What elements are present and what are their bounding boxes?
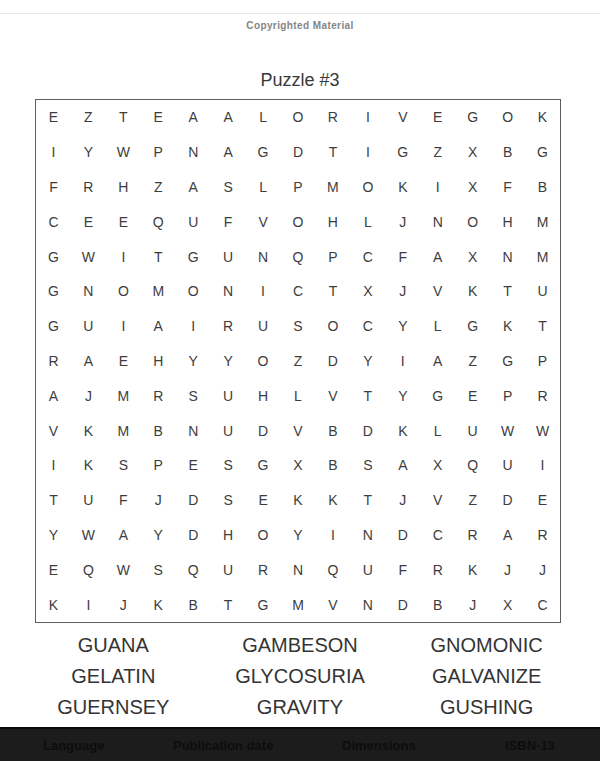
grid-cell: J (525, 552, 560, 587)
grid-cell: Q (455, 448, 490, 483)
grid-cell: B (490, 135, 525, 170)
grid-cell: J (71, 378, 106, 413)
word-item: GALVANIZE (393, 664, 580, 688)
grid-cell: M (281, 587, 316, 622)
grid-cell: B (141, 413, 176, 448)
grid-cell: P (315, 239, 350, 274)
grid-cell: V (420, 274, 455, 309)
grid-cell: Q (176, 552, 211, 587)
grid-cell: W (71, 239, 106, 274)
grid-cell: X (455, 135, 490, 170)
grid-cell: Z (455, 344, 490, 379)
grid-cell: L (420, 309, 455, 344)
grid-cell: K (36, 587, 71, 622)
grid-cell: I (350, 135, 385, 170)
grid-cell: O (246, 344, 281, 379)
grid-cell: K (490, 309, 525, 344)
grid-cell: D (176, 518, 211, 553)
word-item: GNOMONIC (393, 633, 580, 657)
grid-cell: T (211, 587, 246, 622)
grid-cell: A (71, 344, 106, 379)
grid-cell: M (106, 378, 141, 413)
grid-cell: L (246, 170, 281, 205)
grid-cell: P (281, 170, 316, 205)
grid-cell: X (420, 448, 455, 483)
word-item: GUERNSEY (20, 695, 207, 719)
grid-cell: X (455, 239, 490, 274)
grid-cell: T (350, 483, 385, 518)
word-item: GUANA (20, 633, 207, 657)
grid-cell: U (246, 309, 281, 344)
grid-cell: D (176, 483, 211, 518)
grid-cell: A (385, 448, 420, 483)
grid-cell: U (525, 274, 560, 309)
grid-cell: R (211, 309, 246, 344)
grid-cell: K (71, 413, 106, 448)
grid-cell: K (141, 587, 176, 622)
grid-cell: O (106, 274, 141, 309)
grid-cell: G (36, 239, 71, 274)
footer-label-publication-date: Publication date (173, 738, 273, 753)
grid-cell: H (141, 344, 176, 379)
grid-cell: U (71, 309, 106, 344)
grid-cell: W (525, 413, 560, 448)
grid-cell: Q (141, 204, 176, 239)
grid-cell: G (246, 448, 281, 483)
grid-cell: E (106, 344, 141, 379)
grid-cell: K (385, 170, 420, 205)
grid-cell: C (525, 587, 560, 622)
grid-cell: R (141, 378, 176, 413)
grid-cell: B (525, 170, 560, 205)
grid-cell: L (420, 413, 455, 448)
grid-cell: E (455, 378, 490, 413)
grid-cell: T (525, 309, 560, 344)
grid-cell: K (455, 274, 490, 309)
grid-cell: Z (71, 100, 106, 135)
grid-cell: G (176, 239, 211, 274)
grid-cell: D (385, 587, 420, 622)
grid-cell: O (315, 309, 350, 344)
grid-cell: F (36, 170, 71, 205)
grid-cell: U (211, 552, 246, 587)
word-item: GLYCOSURIA (207, 664, 394, 688)
grid-cell: Y (71, 135, 106, 170)
grid-cell: I (420, 170, 455, 205)
grid-cell: T (106, 100, 141, 135)
grid-cell: D (385, 518, 420, 553)
grid-cell: U (350, 552, 385, 587)
grid-cell: X (490, 587, 525, 622)
grid-cell: G (490, 344, 525, 379)
puzzle-title: Puzzle #3 (0, 70, 600, 91)
grid-cell: X (281, 448, 316, 483)
grid-cell: L (246, 100, 281, 135)
grid-cell: E (36, 552, 71, 587)
grid-cell: A (211, 100, 246, 135)
grid-cell: T (490, 274, 525, 309)
grid-cell: K (315, 483, 350, 518)
grid-cell: F (106, 483, 141, 518)
grid-cell: M (525, 204, 560, 239)
grid-cell: B (420, 587, 455, 622)
grid-cell: R (525, 378, 560, 413)
grid-cell: E (71, 204, 106, 239)
grid-cell: U (211, 239, 246, 274)
word-item: GAMBESON (207, 633, 394, 657)
footer-label-isbn-13: ISBN-13 (505, 738, 555, 753)
grid-cell: H (246, 378, 281, 413)
grid-cell: S (141, 552, 176, 587)
grid-cell: G (525, 135, 560, 170)
grid-cell: I (385, 344, 420, 379)
footer-label-language: Language (43, 738, 104, 753)
grid-cell: I (36, 135, 71, 170)
grid-cell: K (525, 100, 560, 135)
grid-cell: E (36, 100, 71, 135)
grid-cell: Q (315, 552, 350, 587)
grid-cell: Y (281, 518, 316, 553)
grid-cell: I (36, 448, 71, 483)
grid-cell: E (106, 204, 141, 239)
grid-cell: N (350, 587, 385, 622)
grid-cell: J (141, 483, 176, 518)
word-list: GUANAGAMBESONGNOMONICGELATINGLYCOSURIAGA… (20, 633, 580, 719)
grid-cell: J (385, 483, 420, 518)
grid-cell: S (176, 378, 211, 413)
grid-cell: I (176, 309, 211, 344)
grid-cell: K (71, 448, 106, 483)
grid-cell: A (211, 135, 246, 170)
grid-cell: L (350, 204, 385, 239)
grid-cell: T (315, 135, 350, 170)
grid-cell: A (106, 518, 141, 553)
grid-cell: U (211, 413, 246, 448)
grid-cell: E (141, 100, 176, 135)
grid-cell: G (455, 100, 490, 135)
grid-cell: W (71, 518, 106, 553)
grid-cell: M (525, 239, 560, 274)
grid-cell: Q (71, 552, 106, 587)
grid-cell: T (350, 378, 385, 413)
grid-cell: R (525, 518, 560, 553)
grid-cell: S (211, 170, 246, 205)
grid-cell: D (490, 483, 525, 518)
grid-cell: D (246, 413, 281, 448)
grid-cell: S (350, 448, 385, 483)
grid-cell: A (490, 518, 525, 553)
grid-cell: V (420, 483, 455, 518)
word-item: GRAVITY (207, 695, 394, 719)
grid-cell: E (420, 100, 455, 135)
grid-cell: V (385, 100, 420, 135)
grid-cell: Y (350, 344, 385, 379)
grid-cell: K (385, 413, 420, 448)
grid-cell: B (315, 413, 350, 448)
grid-cell: W (106, 552, 141, 587)
grid-cell: F (385, 552, 420, 587)
grid-cell: H (211, 518, 246, 553)
grid-cell: F (490, 170, 525, 205)
grid-cell: E (525, 483, 560, 518)
grid-cell: Z (455, 483, 490, 518)
word-item: GUSHING (393, 695, 580, 719)
grid-cell: C (420, 518, 455, 553)
grid-cell: Y (36, 518, 71, 553)
grid-cell: G (385, 135, 420, 170)
grid-cell: A (420, 344, 455, 379)
grid-cell: V (281, 413, 316, 448)
grid-cell: B (315, 448, 350, 483)
grid-cell: V (246, 204, 281, 239)
grid-cell: N (350, 518, 385, 553)
grid-cell: N (490, 239, 525, 274)
grid-cell: H (490, 204, 525, 239)
word-search-grid: EZTEAALORIVEGOKIYWPNAGDTIGZXBGFRHZASLPMO… (35, 99, 561, 623)
grid-cell: Y (211, 344, 246, 379)
grid-cell: O (281, 204, 316, 239)
grid-cell: B (176, 587, 211, 622)
grid-cell: U (71, 483, 106, 518)
grid-cell: A (420, 239, 455, 274)
grid-cell: D (350, 413, 385, 448)
grid-cell: Y (176, 344, 211, 379)
grid-cell: R (455, 518, 490, 553)
grid-cell: U (455, 413, 490, 448)
grid-cell: Z (420, 135, 455, 170)
grid-cell: G (246, 587, 281, 622)
grid-cell: O (350, 170, 385, 205)
copyright-banner: Copyrighted Material (0, 20, 600, 31)
grid-cell: S (211, 448, 246, 483)
grid-cell: D (281, 135, 316, 170)
grid-cell: A (141, 309, 176, 344)
grid-cell: Q (281, 239, 316, 274)
grid-cell: Y (385, 378, 420, 413)
grid-cell: F (211, 204, 246, 239)
grid-cell: N (176, 413, 211, 448)
grid-cell: R (36, 344, 71, 379)
grid-cell: W (106, 135, 141, 170)
grid-cell: Y (141, 518, 176, 553)
grid-cell: I (315, 518, 350, 553)
grid-cell: J (490, 552, 525, 587)
grid-cell: N (176, 135, 211, 170)
grid-cell: N (211, 274, 246, 309)
word-item: GELATIN (20, 664, 207, 688)
grid-cell: E (176, 448, 211, 483)
grid-cell: A (36, 378, 71, 413)
grid-cell: O (490, 100, 525, 135)
grid-cell: O (455, 204, 490, 239)
grid-cell: C (281, 274, 316, 309)
grid-cell: P (490, 378, 525, 413)
grid-cell: Z (281, 344, 316, 379)
grid-cell: I (71, 587, 106, 622)
grid-cell: O (176, 274, 211, 309)
grid-cell: T (315, 274, 350, 309)
grid-cell: U (490, 448, 525, 483)
grid-cell: J (455, 587, 490, 622)
grid-cell: I (106, 309, 141, 344)
grid-cell: X (350, 274, 385, 309)
grid-cell: C (350, 309, 385, 344)
grid-cell: H (315, 204, 350, 239)
grid-cell: N (246, 239, 281, 274)
grid-cell: N (281, 552, 316, 587)
grid-cell: A (176, 170, 211, 205)
page-top-divider (0, 13, 600, 14)
grid-cell: I (350, 100, 385, 135)
grid-cell: S (211, 483, 246, 518)
grid-cell: N (420, 204, 455, 239)
grid-cell: A (176, 100, 211, 135)
grid-cell: P (525, 344, 560, 379)
grid-cell: F (385, 239, 420, 274)
grid-cell: I (525, 448, 560, 483)
grid-cell: O (281, 100, 316, 135)
grid-cell: N (71, 274, 106, 309)
grid-cell: G (420, 378, 455, 413)
grid-cell: K (455, 552, 490, 587)
grid-cell: K (281, 483, 316, 518)
grid-cell: M (106, 413, 141, 448)
grid-cell: C (36, 204, 71, 239)
grid-cell: R (246, 552, 281, 587)
grid-cell: S (281, 309, 316, 344)
grid-cell: J (385, 274, 420, 309)
grid-cell: P (141, 135, 176, 170)
grid-cell: M (315, 170, 350, 205)
grid-cell: E (246, 483, 281, 518)
grid-cell: W (490, 413, 525, 448)
grid-cell: C (350, 239, 385, 274)
grid-cell: G (36, 274, 71, 309)
grid-cell: V (315, 378, 350, 413)
grid-cell: D (315, 344, 350, 379)
grid-cell: U (211, 378, 246, 413)
grid-cell: R (71, 170, 106, 205)
grid-cell: J (385, 204, 420, 239)
grid-cell: V (36, 413, 71, 448)
grid-cell: L (281, 378, 316, 413)
grid-cell: S (106, 448, 141, 483)
grid-cell: U (176, 204, 211, 239)
grid-cell: R (315, 100, 350, 135)
grid-cell: I (106, 239, 141, 274)
grid-cell: R (420, 552, 455, 587)
grid-cell: X (455, 170, 490, 205)
grid-cell: T (36, 483, 71, 518)
grid-cell: M (141, 274, 176, 309)
grid-cell: P (141, 448, 176, 483)
grid-cell: G (36, 309, 71, 344)
footer-bar: Language Publication date Dimensions ISB… (0, 727, 600, 761)
grid-cell: G (246, 135, 281, 170)
grid-cell: I (246, 274, 281, 309)
grid-cell: V (315, 587, 350, 622)
footer-label-dimensions: Dimensions (342, 738, 416, 753)
grid-cell: T (141, 239, 176, 274)
grid-cell: H (106, 170, 141, 205)
grid-cell: Z (141, 170, 176, 205)
grid-cell: G (455, 309, 490, 344)
grid-cell: Y (385, 309, 420, 344)
grid-cell: O (246, 518, 281, 553)
grid-cell: J (106, 587, 141, 622)
